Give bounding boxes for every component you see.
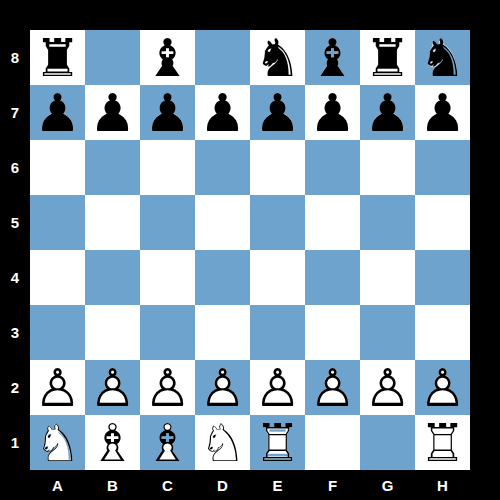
piece-black-bishop[interactable]: ♗♝ <box>305 30 360 85</box>
square-c5[interactable] <box>140 195 195 250</box>
square-f3[interactable] <box>305 305 360 360</box>
square-b1[interactable]: ♝♗ <box>85 415 140 470</box>
square-e4[interactable] <box>250 250 305 305</box>
piece-black-bishop[interactable]: ♗♝ <box>140 30 195 85</box>
square-d7[interactable]: ♙♟ <box>195 85 250 140</box>
square-d4[interactable] <box>195 250 250 305</box>
black-bishop-underlay-icon: ♗ <box>305 30 360 85</box>
file-label-h: H <box>415 470 470 500</box>
piece-white-pawn[interactable]: ♟♙ <box>30 360 85 415</box>
piece-white-bishop[interactable]: ♝♗ <box>85 415 140 470</box>
square-d1[interactable]: ♞♘ <box>195 415 250 470</box>
file-label-f: F <box>305 470 360 500</box>
file-labels: ABCDEFGH <box>30 470 470 500</box>
square-a7[interactable]: ♙♟ <box>30 85 85 140</box>
white-bishop-underlay-icon: ♝ <box>140 415 195 470</box>
white-rook-icon: ♖ <box>415 415 470 470</box>
black-pawn-underlay-icon: ♙ <box>250 85 305 140</box>
square-e5[interactable] <box>250 195 305 250</box>
square-f1[interactable] <box>305 415 360 470</box>
square-d3[interactable] <box>195 305 250 360</box>
file-label-c: C <box>140 470 195 500</box>
chess-board: ♖♜♗♝♘♞♗♝♖♜♘♞♙♟♙♟♙♟♙♟♙♟♙♟♙♟♙♟♟♙♟♙♟♙♟♙♟♙♟♙… <box>30 30 470 470</box>
piece-black-pawn[interactable]: ♙♟ <box>250 85 305 140</box>
rank-label-8: 8 <box>0 30 30 85</box>
black-pawn-icon: ♟ <box>195 85 250 140</box>
square-h2[interactable]: ♟♙ <box>415 360 470 415</box>
black-pawn-icon: ♟ <box>30 85 85 140</box>
piece-white-knight[interactable]: ♞♘ <box>195 415 250 470</box>
square-c6[interactable] <box>140 140 195 195</box>
white-pawn-icon: ♙ <box>140 360 195 415</box>
black-knight-icon: ♞ <box>250 30 305 85</box>
square-b4[interactable] <box>85 250 140 305</box>
square-h6[interactable] <box>415 140 470 195</box>
white-pawn-icon: ♙ <box>250 360 305 415</box>
white-rook-underlay-icon: ♜ <box>415 415 470 470</box>
square-c8[interactable]: ♗♝ <box>140 30 195 85</box>
square-b6[interactable] <box>85 140 140 195</box>
square-a2[interactable]: ♟♙ <box>30 360 85 415</box>
rank-labels: 87654321 <box>0 30 30 470</box>
black-pawn-underlay-icon: ♙ <box>305 85 360 140</box>
square-c2[interactable]: ♟♙ <box>140 360 195 415</box>
piece-black-pawn[interactable]: ♙♟ <box>85 85 140 140</box>
black-pawn-icon: ♟ <box>415 85 470 140</box>
piece-white-knight[interactable]: ♞♘ <box>30 415 85 470</box>
white-bishop-icon: ♗ <box>85 415 140 470</box>
black-bishop-icon: ♝ <box>305 30 360 85</box>
square-a3[interactable] <box>30 305 85 360</box>
rank-label-5: 5 <box>0 195 30 250</box>
file-label-e: E <box>250 470 305 500</box>
square-g5[interactable] <box>360 195 415 250</box>
white-pawn-icon: ♙ <box>30 360 85 415</box>
rank-label-1: 1 <box>0 415 30 470</box>
white-rook-underlay-icon: ♜ <box>250 415 305 470</box>
white-pawn-underlay-icon: ♟ <box>85 360 140 415</box>
white-pawn-icon: ♙ <box>415 360 470 415</box>
file-label-b: B <box>85 470 140 500</box>
black-pawn-icon: ♟ <box>140 85 195 140</box>
square-g4[interactable] <box>360 250 415 305</box>
square-h8[interactable]: ♘♞ <box>415 30 470 85</box>
square-a4[interactable] <box>30 250 85 305</box>
black-pawn-underlay-icon: ♙ <box>415 85 470 140</box>
square-g3[interactable] <box>360 305 415 360</box>
rank-label-7: 7 <box>0 85 30 140</box>
square-g7[interactable]: ♙♟ <box>360 85 415 140</box>
file-label-d: D <box>195 470 250 500</box>
square-a6[interactable] <box>30 140 85 195</box>
black-pawn-underlay-icon: ♙ <box>195 85 250 140</box>
black-knight-icon: ♞ <box>415 30 470 85</box>
square-d8[interactable] <box>195 30 250 85</box>
black-pawn-underlay-icon: ♙ <box>140 85 195 140</box>
white-pawn-underlay-icon: ♟ <box>195 360 250 415</box>
white-knight-underlay-icon: ♞ <box>195 415 250 470</box>
black-bishop-underlay-icon: ♗ <box>140 30 195 85</box>
black-pawn-underlay-icon: ♙ <box>360 85 415 140</box>
white-pawn-underlay-icon: ♟ <box>305 360 360 415</box>
white-knight-underlay-icon: ♞ <box>30 415 85 470</box>
square-g8[interactable]: ♖♜ <box>360 30 415 85</box>
black-pawn-underlay-icon: ♙ <box>85 85 140 140</box>
white-pawn-underlay-icon: ♟ <box>250 360 305 415</box>
square-g1[interactable] <box>360 415 415 470</box>
square-c1[interactable]: ♝♗ <box>140 415 195 470</box>
white-pawn-icon: ♙ <box>305 360 360 415</box>
square-a1[interactable]: ♞♘ <box>30 415 85 470</box>
square-e2[interactable]: ♟♙ <box>250 360 305 415</box>
file-label-g: G <box>360 470 415 500</box>
black-pawn-icon: ♟ <box>360 85 415 140</box>
square-b3[interactable] <box>85 305 140 360</box>
piece-black-rook[interactable]: ♖♜ <box>30 30 85 85</box>
square-f5[interactable] <box>305 195 360 250</box>
white-pawn-underlay-icon: ♟ <box>30 360 85 415</box>
white-knight-icon: ♘ <box>30 415 85 470</box>
piece-black-pawn[interactable]: ♙♟ <box>360 85 415 140</box>
piece-white-pawn[interactable]: ♟♙ <box>415 360 470 415</box>
white-rook-icon: ♖ <box>250 415 305 470</box>
white-pawn-icon: ♙ <box>360 360 415 415</box>
square-e3[interactable] <box>250 305 305 360</box>
piece-black-pawn[interactable]: ♙♟ <box>140 85 195 140</box>
black-pawn-icon: ♟ <box>250 85 305 140</box>
piece-black-pawn[interactable]: ♙♟ <box>30 85 85 140</box>
white-pawn-icon: ♙ <box>195 360 250 415</box>
square-b5[interactable] <box>85 195 140 250</box>
black-bishop-icon: ♝ <box>140 30 195 85</box>
square-c4[interactable] <box>140 250 195 305</box>
black-knight-underlay-icon: ♘ <box>250 30 305 85</box>
white-pawn-underlay-icon: ♟ <box>140 360 195 415</box>
rank-label-4: 4 <box>0 250 30 305</box>
square-e6[interactable] <box>250 140 305 195</box>
black-pawn-icon: ♟ <box>85 85 140 140</box>
square-e1[interactable]: ♜♖ <box>250 415 305 470</box>
white-pawn-underlay-icon: ♟ <box>415 360 470 415</box>
square-h3[interactable] <box>415 305 470 360</box>
square-f6[interactable] <box>305 140 360 195</box>
square-f4[interactable] <box>305 250 360 305</box>
piece-white-pawn[interactable]: ♟♙ <box>305 360 360 415</box>
square-f7[interactable]: ♙♟ <box>305 85 360 140</box>
piece-white-pawn[interactable]: ♟♙ <box>360 360 415 415</box>
black-rook-underlay-icon: ♖ <box>360 30 415 85</box>
square-f8[interactable]: ♗♝ <box>305 30 360 85</box>
piece-black-knight[interactable]: ♘♞ <box>415 30 470 85</box>
black-knight-underlay-icon: ♘ <box>415 30 470 85</box>
rank-label-3: 3 <box>0 305 30 360</box>
rank-label-2: 2 <box>0 360 30 415</box>
black-pawn-icon: ♟ <box>305 85 360 140</box>
white-bishop-underlay-icon: ♝ <box>85 415 140 470</box>
white-pawn-icon: ♙ <box>85 360 140 415</box>
square-a8[interactable]: ♖♜ <box>30 30 85 85</box>
square-c7[interactable]: ♙♟ <box>140 85 195 140</box>
square-e7[interactable]: ♙♟ <box>250 85 305 140</box>
white-knight-icon: ♘ <box>195 415 250 470</box>
black-rook-icon: ♜ <box>360 30 415 85</box>
piece-white-pawn[interactable]: ♟♙ <box>250 360 305 415</box>
square-f2[interactable]: ♟♙ <box>305 360 360 415</box>
black-rook-underlay-icon: ♖ <box>30 30 85 85</box>
rank-label-6: 6 <box>0 140 30 195</box>
piece-black-knight[interactable]: ♘♞ <box>250 30 305 85</box>
piece-black-pawn[interactable]: ♙♟ <box>415 85 470 140</box>
piece-black-rook[interactable]: ♖♜ <box>360 30 415 85</box>
black-rook-icon: ♜ <box>30 30 85 85</box>
black-pawn-underlay-icon: ♙ <box>30 85 85 140</box>
square-e8[interactable]: ♘♞ <box>250 30 305 85</box>
square-g6[interactable] <box>360 140 415 195</box>
piece-white-pawn[interactable]: ♟♙ <box>85 360 140 415</box>
square-b7[interactable]: ♙♟ <box>85 85 140 140</box>
piece-black-pawn[interactable]: ♙♟ <box>305 85 360 140</box>
white-bishop-icon: ♗ <box>140 415 195 470</box>
square-h1[interactable]: ♜♖ <box>415 415 470 470</box>
piece-black-pawn[interactable]: ♙♟ <box>195 85 250 140</box>
square-h5[interactable] <box>415 195 470 250</box>
piece-white-pawn[interactable]: ♟♙ <box>195 360 250 415</box>
file-label-a: A <box>30 470 85 500</box>
square-d6[interactable] <box>195 140 250 195</box>
square-d2[interactable]: ♟♙ <box>195 360 250 415</box>
square-a5[interactable] <box>30 195 85 250</box>
square-c3[interactable] <box>140 305 195 360</box>
piece-white-bishop[interactable]: ♝♗ <box>140 415 195 470</box>
square-b8[interactable] <box>85 30 140 85</box>
piece-white-rook[interactable]: ♜♖ <box>415 415 470 470</box>
square-b2[interactable]: ♟♙ <box>85 360 140 415</box>
square-g2[interactable]: ♟♙ <box>360 360 415 415</box>
square-h7[interactable]: ♙♟ <box>415 85 470 140</box>
square-h4[interactable] <box>415 250 470 305</box>
piece-white-pawn[interactable]: ♟♙ <box>140 360 195 415</box>
square-d5[interactable] <box>195 195 250 250</box>
chessboard-frame: 87654321 ABCDEFGH ♖♜♗♝♘♞♗♝♖♜♘♞♙♟♙♟♙♟♙♟♙♟… <box>0 0 500 500</box>
piece-white-rook[interactable]: ♜♖ <box>250 415 305 470</box>
white-pawn-underlay-icon: ♟ <box>360 360 415 415</box>
